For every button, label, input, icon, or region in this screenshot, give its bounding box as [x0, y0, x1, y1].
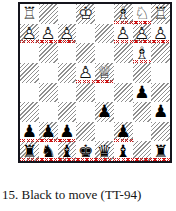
- square-a1: ♜♖: [151, 4, 170, 24]
- white-pawn-icon: ♟♙: [22, 25, 37, 42]
- red-squiggle-underline: [20, 40, 76, 43]
- square-a4: [151, 63, 170, 83]
- white-king-icon: ♚♔: [78, 5, 93, 22]
- white-pawn-icon: ♟♙: [59, 25, 74, 42]
- white-rook-icon: ♜♖: [22, 5, 37, 22]
- black-pawn-icon: ♟: [116, 123, 131, 140]
- square-e6: [76, 102, 95, 122]
- white-pawn-icon: ♟♙: [78, 64, 93, 81]
- square-e2: [76, 24, 95, 44]
- square-h4: [20, 63, 39, 83]
- red-squiggle-underline: [76, 80, 114, 83]
- square-a3: [151, 43, 170, 63]
- square-b4: [133, 63, 152, 83]
- square-d6: ♟: [95, 102, 114, 122]
- red-squiggle-underline: [20, 139, 76, 142]
- black-king-icon: ♚: [78, 143, 93, 160]
- square-b7: [133, 122, 152, 142]
- red-squiggle-underline: [133, 60, 152, 63]
- black-rook-icon: ♜: [153, 143, 168, 160]
- white-bishop-icon: ♝♗: [134, 45, 149, 62]
- square-h1: ♜♖: [20, 4, 39, 24]
- black-bishop-icon: ♝: [116, 143, 131, 160]
- square-f6: [58, 102, 77, 122]
- square-c6: [114, 102, 133, 122]
- square-f3: [58, 43, 77, 63]
- black-bishop-icon: ♝: [59, 143, 74, 160]
- red-squiggle-underline: [114, 21, 152, 24]
- chess-diagram-page: ♜♖♚♔♝♗♞♘♜♖♟♙♟♙♟♙♟♙♟♙♟♙♝♗♟♙♛♕♟♟♟♟♟♟♟♜♞♝♚♛…: [0, 0, 176, 211]
- square-d5: [95, 83, 114, 103]
- board-frame: ♜♖♚♔♝♗♞♘♜♖♟♙♟♙♟♙♟♙♟♙♟♙♝♗♟♙♛♕♟♟♟♟♟♟♟♜♞♝♚♛…: [18, 2, 172, 163]
- white-queen-icon: ♛♕: [97, 64, 112, 81]
- red-squiggle-underline: [114, 40, 170, 43]
- white-pawn-icon: ♟♙: [116, 25, 131, 42]
- square-g4: [39, 63, 58, 83]
- black-queen-icon: ♛: [97, 143, 112, 160]
- square-e7: [76, 122, 95, 142]
- white-knight-icon: ♞♘: [134, 5, 149, 22]
- white-bishop-icon: ♝♗: [116, 5, 131, 22]
- square-f5: [58, 83, 77, 103]
- square-b5: ♟: [133, 83, 152, 103]
- black-rook-icon: ♜: [22, 143, 37, 160]
- black-pawn-icon: ♟: [59, 123, 74, 140]
- square-b6: [133, 102, 152, 122]
- red-squiggle-underline: [114, 139, 133, 142]
- square-c3: [114, 43, 133, 63]
- diagram-caption: 15. Black to move (TT-94): [2, 187, 141, 203]
- square-e5: [76, 83, 95, 103]
- white-pawn-icon: ♟♙: [41, 25, 56, 42]
- white-pawn-icon: ♟♙: [153, 25, 168, 42]
- square-g5: [39, 83, 58, 103]
- square-d7: [95, 122, 114, 142]
- white-rook-icon: ♜♖: [153, 5, 168, 22]
- square-e1: ♚♔: [76, 4, 95, 24]
- black-pawn-icon: ♟: [41, 123, 56, 140]
- black-pawn-icon: ♟: [97, 103, 112, 120]
- white-pawn-icon: ♟♙: [134, 25, 149, 42]
- chess-board: ♜♖♚♔♝♗♞♘♜♖♟♙♟♙♟♙♟♙♟♙♟♙♝♗♟♙♛♕♟♟♟♟♟♟♟♜♞♝♚♛…: [20, 4, 170, 161]
- square-d2: [95, 24, 114, 44]
- square-f4: [58, 63, 77, 83]
- square-c5: [114, 83, 133, 103]
- square-a7: [151, 122, 170, 142]
- square-d3: [95, 43, 114, 63]
- square-g3: [39, 43, 58, 63]
- black-knight-icon: ♞: [41, 143, 56, 160]
- square-h3: [20, 43, 39, 63]
- square-h6: [20, 102, 39, 122]
- square-d1: [95, 4, 114, 24]
- square-h5: [20, 83, 39, 103]
- red-squiggle-underline: [20, 158, 170, 161]
- square-e3: [76, 43, 95, 63]
- square-g1: [39, 4, 58, 24]
- square-f1: [58, 4, 77, 24]
- square-c4: [114, 63, 133, 83]
- square-g6: [39, 102, 58, 122]
- square-a6: ♟: [151, 102, 170, 122]
- black-pawn-icon: ♟: [153, 103, 168, 120]
- square-a5: [151, 83, 170, 103]
- black-pawn-icon: ♟: [134, 84, 149, 101]
- black-pawn-icon: ♟: [22, 123, 37, 140]
